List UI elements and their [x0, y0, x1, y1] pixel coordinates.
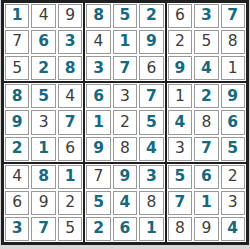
sudoku-cell-r8c8[interactable]: 1	[194, 191, 218, 215]
sudoku-cell-r2c8[interactable]: 5	[194, 30, 218, 54]
sudoku-cell-r5c1[interactable]: 9	[5, 110, 29, 134]
sudoku-cell-r1c7[interactable]: 6	[168, 4, 192, 28]
sudoku-cell-r9c4[interactable]: 2	[86, 217, 110, 241]
sudoku-box-9: 562713894	[167, 164, 246, 242]
sudoku-cell-r1c6[interactable]: 2	[139, 4, 163, 28]
sudoku-cell-r3c1[interactable]: 5	[5, 56, 29, 80]
sudoku-cell-r2c4[interactable]: 4	[86, 30, 110, 54]
sudoku-cell-r8c1[interactable]: 6	[5, 191, 29, 215]
sudoku-cell-r9c5[interactable]: 6	[113, 217, 137, 241]
sudoku-board: 149763528 852419376 637258941 854937216 …	[1, 0, 249, 245]
sudoku-cell-r8c4[interactable]: 5	[86, 191, 110, 215]
sudoku-cell-r2c2[interactable]: 6	[31, 30, 55, 54]
sudoku-cell-r8c6[interactable]: 8	[139, 191, 163, 215]
sudoku-cell-r8c2[interactable]: 9	[31, 191, 55, 215]
sudoku-cell-r9c7[interactable]: 8	[168, 217, 192, 241]
sudoku-cell-r8c5[interactable]: 4	[113, 191, 137, 215]
sudoku-cell-r9c2[interactable]: 7	[31, 217, 55, 241]
sudoku-cell-r1c2[interactable]: 4	[31, 4, 55, 28]
sudoku-cell-r6c3[interactable]: 6	[58, 137, 82, 161]
sudoku-cell-r3c3[interactable]: 8	[58, 56, 82, 80]
sudoku-cell-r5c8[interactable]: 8	[194, 110, 218, 134]
sudoku-cell-r2c1[interactable]: 7	[5, 30, 29, 54]
sudoku-cell-r7c5[interactable]: 9	[113, 165, 137, 189]
sudoku-cell-r5c9[interactable]: 6	[221, 110, 245, 134]
sudoku-cell-r6c6[interactable]: 4	[139, 137, 163, 161]
sudoku-cell-r4c8[interactable]: 2	[194, 84, 218, 108]
sudoku-cell-r5c5[interactable]: 2	[113, 110, 137, 134]
sudoku-cell-r6c5[interactable]: 8	[113, 137, 137, 161]
sudoku-cell-r6c7[interactable]: 3	[168, 137, 192, 161]
sudoku-box-5: 637125984	[85, 83, 164, 161]
sudoku-cell-r7c4[interactable]: 7	[86, 165, 110, 189]
sudoku-cell-r4c5[interactable]: 3	[113, 84, 137, 108]
sudoku-cell-r6c1[interactable]: 2	[5, 137, 29, 161]
sudoku-cell-r7c3[interactable]: 1	[58, 165, 82, 189]
sudoku-cell-r5c6[interactable]: 5	[139, 110, 163, 134]
sudoku-cell-r4c6[interactable]: 7	[139, 84, 163, 108]
sudoku-cell-r1c5[interactable]: 5	[113, 4, 137, 28]
sudoku-cell-r7c2[interactable]: 8	[31, 165, 55, 189]
sudoku-cell-r4c1[interactable]: 8	[5, 84, 29, 108]
sudoku-cell-r6c8[interactable]: 7	[194, 137, 218, 161]
sudoku-cell-r9c8[interactable]: 9	[194, 217, 218, 241]
sudoku-cell-r1c4[interactable]: 8	[86, 4, 110, 28]
sudoku-cell-r7c1[interactable]: 4	[5, 165, 29, 189]
sudoku-box-7: 481692375	[4, 164, 83, 242]
sudoku-cell-r3c8[interactable]: 4	[194, 56, 218, 80]
sudoku-box-3: 637258941	[167, 3, 246, 81]
sudoku-cell-r5c2[interactable]: 3	[31, 110, 55, 134]
sudoku-cell-r2c9[interactable]: 8	[221, 30, 245, 54]
sudoku-cell-r8c9[interactable]: 3	[221, 191, 245, 215]
sudoku-cell-r2c3[interactable]: 3	[58, 30, 82, 54]
sudoku-box-1: 149763528	[4, 3, 83, 81]
sudoku-cell-r7c7[interactable]: 5	[168, 165, 192, 189]
sudoku-cell-r2c7[interactable]: 2	[168, 30, 192, 54]
sudoku-cell-r7c8[interactable]: 6	[194, 165, 218, 189]
sudoku-cell-r8c7[interactable]: 7	[168, 191, 192, 215]
sudoku-cell-r4c2[interactable]: 5	[31, 84, 55, 108]
sudoku-cell-r4c4[interactable]: 6	[86, 84, 110, 108]
sudoku-cell-r6c2[interactable]: 1	[31, 137, 55, 161]
sudoku-cell-r4c9[interactable]: 9	[221, 84, 245, 108]
sudoku-cell-r1c1[interactable]: 1	[5, 4, 29, 28]
sudoku-cell-r3c6[interactable]: 6	[139, 56, 163, 80]
sudoku-cell-r6c9[interactable]: 5	[221, 137, 245, 161]
sudoku-cell-r1c9[interactable]: 7	[221, 4, 245, 28]
sudoku-cell-r9c6[interactable]: 1	[139, 217, 163, 241]
sudoku-cell-r3c7[interactable]: 9	[168, 56, 192, 80]
sudoku-cell-r3c5[interactable]: 7	[113, 56, 137, 80]
sudoku-cell-r9c3[interactable]: 5	[58, 217, 82, 241]
sudoku-cell-r5c7[interactable]: 4	[168, 110, 192, 134]
sudoku-box-6: 129486375	[167, 83, 246, 161]
sudoku-cell-r1c3[interactable]: 9	[58, 4, 82, 28]
sudoku-cell-r3c2[interactable]: 2	[31, 56, 55, 80]
sudoku-cell-r4c7[interactable]: 1	[168, 84, 192, 108]
sudoku-cell-r6c4[interactable]: 9	[86, 137, 110, 161]
sudoku-cell-r9c9[interactable]: 4	[221, 217, 245, 241]
sudoku-cell-r1c8[interactable]: 3	[194, 4, 218, 28]
sudoku-cell-r9c1[interactable]: 3	[5, 217, 29, 241]
sudoku-box-4: 854937216	[4, 83, 83, 161]
sudoku-cell-r2c5[interactable]: 1	[113, 30, 137, 54]
sudoku-cell-r3c4[interactable]: 3	[86, 56, 110, 80]
sudoku-box-2: 852419376	[85, 3, 164, 81]
sudoku-cell-r5c3[interactable]: 7	[58, 110, 82, 134]
sudoku-cell-r3c9[interactable]: 1	[221, 56, 245, 80]
sudoku-cell-r7c9[interactable]: 2	[221, 165, 245, 189]
sudoku-cell-r4c3[interactable]: 4	[58, 84, 82, 108]
sudoku-cell-r8c3[interactable]: 2	[58, 191, 82, 215]
sudoku-cell-r2c6[interactable]: 9	[139, 30, 163, 54]
sudoku-cell-r7c6[interactable]: 3	[139, 165, 163, 189]
sudoku-box-8: 793548261	[85, 164, 164, 242]
sudoku-cell-r5c4[interactable]: 1	[86, 110, 110, 134]
